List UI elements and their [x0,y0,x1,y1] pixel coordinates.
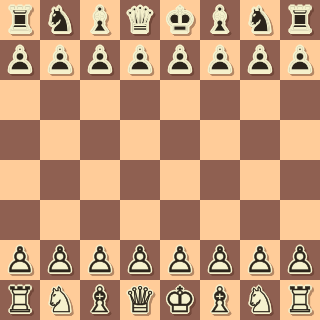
square-d3[interactable] [120,200,160,240]
black-bishop-outline-icon: ♗ [80,0,120,40]
square-d8[interactable]: ♛♕ [120,0,160,40]
square-a4[interactable] [0,160,40,200]
square-a3[interactable] [0,200,40,240]
square-b1[interactable]: ♞♘ [40,280,80,320]
square-e2[interactable]: ♟♙ [160,240,200,280]
square-a7[interactable]: ♟♙ [0,40,40,80]
square-d5[interactable] [120,120,160,160]
black-pawn[interactable]: ♟♙ [0,40,40,80]
square-a5[interactable] [0,120,40,160]
white-queen[interactable]: ♛♕ [120,280,160,320]
black-pawn-outline-icon: ♙ [0,40,40,80]
square-b3[interactable] [40,200,80,240]
white-king-outline-icon: ♔ [160,280,200,320]
square-e8[interactable]: ♚♔ [160,0,200,40]
square-b7[interactable]: ♟♙ [40,40,80,80]
white-pawn[interactable]: ♟♙ [40,240,80,280]
square-e4[interactable] [160,160,200,200]
square-c7[interactable]: ♟♙ [80,40,120,80]
white-bishop-outline-icon: ♗ [80,280,120,320]
white-rook[interactable]: ♜♖ [280,280,320,320]
white-pawn-outline-icon: ♙ [280,240,320,280]
white-pawn[interactable]: ♟♙ [160,240,200,280]
square-c6[interactable] [80,80,120,120]
black-knight-outline-icon: ♘ [40,0,80,40]
black-pawn-outline-icon: ♙ [120,40,160,80]
square-a6[interactable] [0,80,40,120]
square-d6[interactable] [120,80,160,120]
square-d4[interactable] [120,160,160,200]
white-pawn-outline-icon: ♙ [160,240,200,280]
square-g8[interactable]: ♞♘ [240,0,280,40]
square-g3[interactable] [240,200,280,240]
square-f7[interactable]: ♟♙ [200,40,240,80]
square-f3[interactable] [200,200,240,240]
black-queen[interactable]: ♛♕ [120,0,160,40]
square-f4[interactable] [200,160,240,200]
square-a1[interactable]: ♜♖ [0,280,40,320]
white-rook-outline-icon: ♖ [0,280,40,320]
square-c1[interactable]: ♝♗ [80,280,120,320]
chess-board: ♜♖♞♘♝♗♛♕♚♔♝♗♞♘♜♖♟♙♟♙♟♙♟♙♟♙♟♙♟♙♟♙♟♙♟♙♟♙♟♙… [0,0,320,320]
square-c5[interactable] [80,120,120,160]
square-g4[interactable] [240,160,280,200]
white-king[interactable]: ♚♔ [160,280,200,320]
square-h8[interactable]: ♜♖ [280,0,320,40]
square-h5[interactable] [280,120,320,160]
square-e5[interactable] [160,120,200,160]
black-pawn-outline-icon: ♙ [40,40,80,80]
square-g7[interactable]: ♟♙ [240,40,280,80]
square-e6[interactable] [160,80,200,120]
white-knight-outline-icon: ♘ [40,280,80,320]
square-f1[interactable]: ♝♗ [200,280,240,320]
square-e7[interactable]: ♟♙ [160,40,200,80]
square-d1[interactable]: ♛♕ [120,280,160,320]
black-pawn[interactable]: ♟♙ [240,40,280,80]
white-knight-outline-icon: ♘ [240,280,280,320]
black-bishop[interactable]: ♝♗ [80,0,120,40]
black-pawn[interactable]: ♟♙ [280,40,320,80]
black-pawn-outline-icon: ♙ [80,40,120,80]
square-h3[interactable] [280,200,320,240]
black-pawn[interactable]: ♟♙ [200,40,240,80]
square-e3[interactable] [160,200,200,240]
square-b4[interactable] [40,160,80,200]
white-bishop[interactable]: ♝♗ [200,280,240,320]
white-pawn[interactable]: ♟♙ [120,240,160,280]
square-g2[interactable]: ♟♙ [240,240,280,280]
square-f5[interactable] [200,120,240,160]
white-pawn[interactable]: ♟♙ [280,240,320,280]
black-queen-outline-icon: ♕ [120,0,160,40]
black-pawn-outline-icon: ♙ [240,40,280,80]
square-g1[interactable]: ♞♘ [240,280,280,320]
white-pawn[interactable]: ♟♙ [80,240,120,280]
black-pawn-outline-icon: ♙ [200,40,240,80]
white-pawn-outline-icon: ♙ [120,240,160,280]
square-h4[interactable] [280,160,320,200]
square-h6[interactable] [280,80,320,120]
square-h2[interactable]: ♟♙ [280,240,320,280]
square-c2[interactable]: ♟♙ [80,240,120,280]
white-pawn-outline-icon: ♙ [200,240,240,280]
square-b5[interactable] [40,120,80,160]
square-g6[interactable] [240,80,280,120]
square-e1[interactable]: ♚♔ [160,280,200,320]
black-rook-outline-icon: ♖ [280,0,320,40]
square-f8[interactable]: ♝♗ [200,0,240,40]
white-pawn[interactable]: ♟♙ [240,240,280,280]
square-c4[interactable] [80,160,120,200]
black-king[interactable]: ♚♔ [160,0,200,40]
white-knight[interactable]: ♞♘ [240,280,280,320]
square-b8[interactable]: ♞♘ [40,0,80,40]
black-rook-outline-icon: ♖ [0,0,40,40]
square-d7[interactable]: ♟♙ [120,40,160,80]
white-pawn-outline-icon: ♙ [0,240,40,280]
black-rook[interactable]: ♜♖ [280,0,320,40]
white-pawn-outline-icon: ♙ [80,240,120,280]
white-rook[interactable]: ♜♖ [0,280,40,320]
white-pawn-outline-icon: ♙ [240,240,280,280]
white-pawn-outline-icon: ♙ [40,240,80,280]
black-pawn[interactable]: ♟♙ [40,40,80,80]
black-knight-outline-icon: ♘ [240,0,280,40]
white-rook-outline-icon: ♖ [280,280,320,320]
square-a2[interactable]: ♟♙ [0,240,40,280]
white-bishop[interactable]: ♝♗ [80,280,120,320]
white-bishop-outline-icon: ♗ [200,280,240,320]
black-king-outline-icon: ♔ [160,0,200,40]
black-bishop-outline-icon: ♗ [200,0,240,40]
square-c3[interactable] [80,200,120,240]
square-f6[interactable] [200,80,240,120]
black-pawn-outline-icon: ♙ [160,40,200,80]
black-pawn-outline-icon: ♙ [280,40,320,80]
square-b6[interactable] [40,80,80,120]
black-bishop[interactable]: ♝♗ [200,0,240,40]
white-queen-outline-icon: ♕ [120,280,160,320]
square-h7[interactable]: ♟♙ [280,40,320,80]
white-knight[interactable]: ♞♘ [40,280,80,320]
square-d2[interactable]: ♟♙ [120,240,160,280]
black-knight[interactable]: ♞♘ [240,0,280,40]
square-b2[interactable]: ♟♙ [40,240,80,280]
square-c8[interactable]: ♝♗ [80,0,120,40]
white-pawn[interactable]: ♟♙ [0,240,40,280]
square-a8[interactable]: ♜♖ [0,0,40,40]
black-pawn[interactable]: ♟♙ [120,40,160,80]
white-pawn[interactable]: ♟♙ [200,240,240,280]
square-h1[interactable]: ♜♖ [280,280,320,320]
black-pawn[interactable]: ♟♙ [160,40,200,80]
black-rook[interactable]: ♜♖ [0,0,40,40]
square-g5[interactable] [240,120,280,160]
black-knight[interactable]: ♞♘ [40,0,80,40]
square-f2[interactable]: ♟♙ [200,240,240,280]
black-pawn[interactable]: ♟♙ [80,40,120,80]
